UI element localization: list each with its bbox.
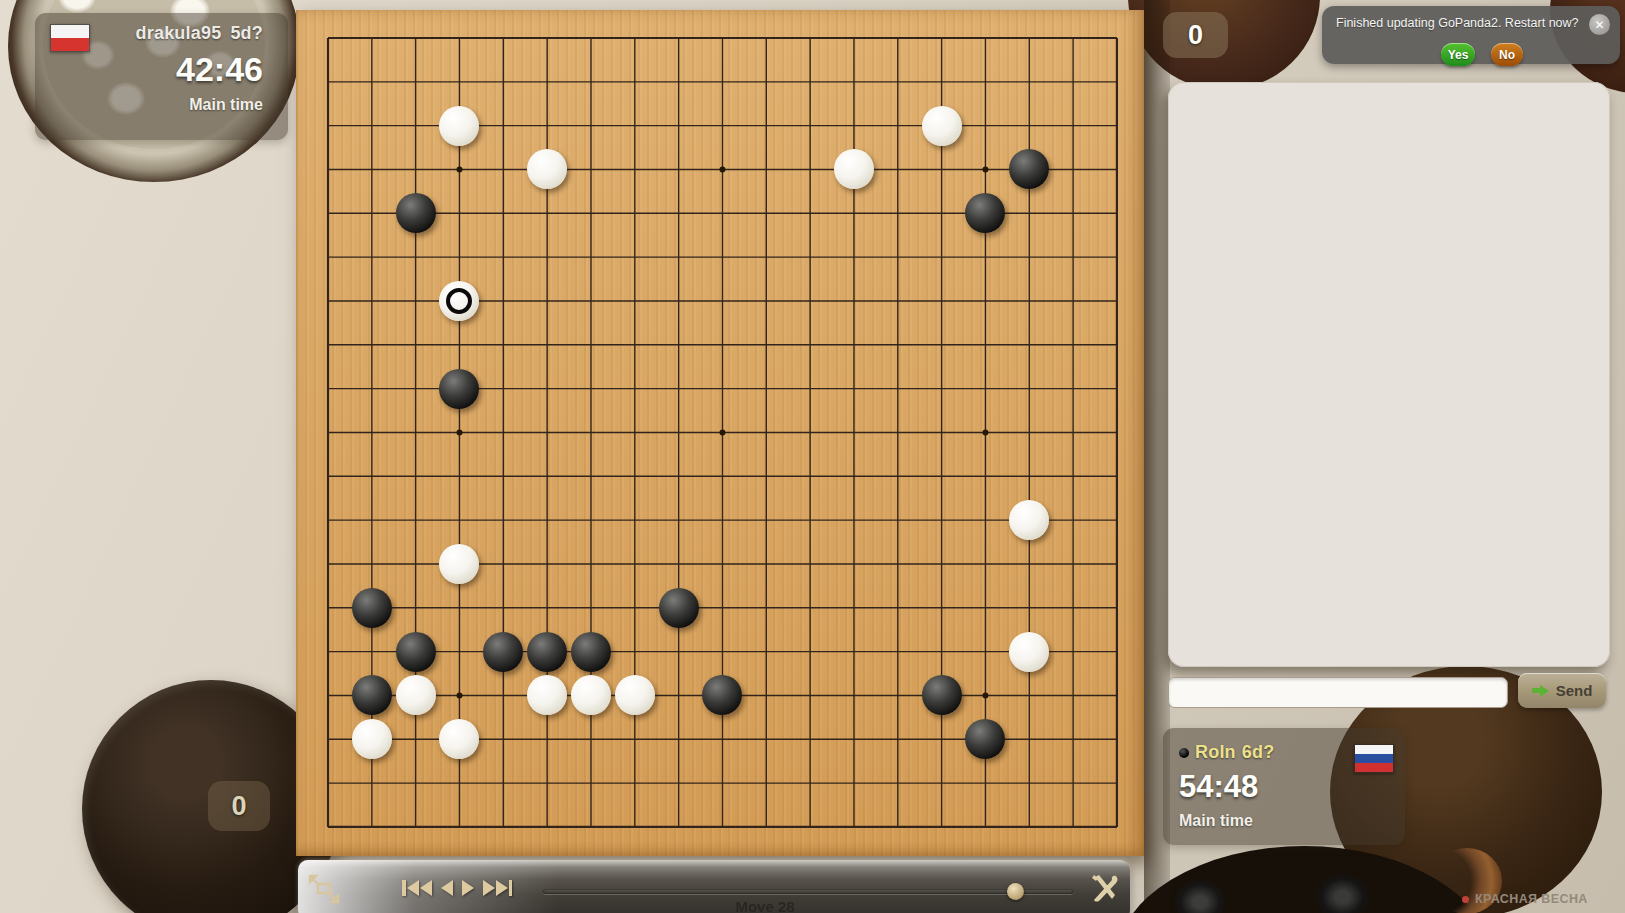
board-intersection[interactable] <box>481 279 525 323</box>
board-intersection[interactable] <box>920 674 964 718</box>
board-intersection[interactable] <box>350 717 394 761</box>
board-intersection[interactable] <box>832 235 876 279</box>
board-intersection[interactable] <box>525 761 569 805</box>
board-intersection[interactable] <box>438 60 482 104</box>
board-intersection[interactable] <box>744 323 788 367</box>
board-intersection[interactable] <box>964 367 1008 411</box>
board-intersection[interactable] <box>1007 60 1051 104</box>
board-intersection[interactable] <box>438 16 482 60</box>
board-intersection[interactable] <box>569 717 613 761</box>
board-intersection[interactable] <box>1051 717 1095 761</box>
board-intersection[interactable] <box>1007 323 1051 367</box>
board-intersection[interactable] <box>481 104 525 148</box>
board-intersection[interactable] <box>394 411 438 455</box>
board-intersection[interactable] <box>657 630 701 674</box>
board-intersection[interactable] <box>569 805 613 849</box>
board-intersection[interactable] <box>569 235 613 279</box>
board-intersection[interactable] <box>788 235 832 279</box>
board-intersection[interactable] <box>525 805 569 849</box>
board-intersection[interactable] <box>701 761 745 805</box>
board-intersection[interactable] <box>744 586 788 630</box>
board-intersection[interactable] <box>788 542 832 586</box>
board-intersection[interactable] <box>613 60 657 104</box>
board-intersection[interactable] <box>525 542 569 586</box>
board-intersection[interactable] <box>569 586 613 630</box>
board-intersection[interactable] <box>394 367 438 411</box>
board-intersection[interactable] <box>394 60 438 104</box>
board-intersection[interactable] <box>306 674 350 718</box>
board-intersection[interactable] <box>1051 16 1095 60</box>
board-intersection[interactable] <box>1007 674 1051 718</box>
board-intersection[interactable] <box>613 498 657 542</box>
board-intersection[interactable] <box>701 148 745 192</box>
board-intersection[interactable] <box>394 761 438 805</box>
board-intersection[interactable] <box>744 279 788 323</box>
board-intersection[interactable] <box>1007 630 1051 674</box>
move-slider[interactable] <box>543 889 1073 894</box>
board-intersection[interactable] <box>964 279 1008 323</box>
board-intersection[interactable] <box>920 454 964 498</box>
board-intersection[interactable] <box>438 279 482 323</box>
board-intersection[interactable] <box>306 454 350 498</box>
board-intersection[interactable] <box>613 235 657 279</box>
board-intersection[interactable] <box>832 498 876 542</box>
chat-message-area[interactable] <box>1168 82 1610 667</box>
board-intersection[interactable] <box>964 542 1008 586</box>
board-intersection[interactable] <box>394 674 438 718</box>
board-intersection[interactable] <box>788 279 832 323</box>
board-intersection[interactable] <box>569 498 613 542</box>
board-intersection[interactable] <box>1051 104 1095 148</box>
board-intersection[interactable] <box>788 104 832 148</box>
board-intersection[interactable] <box>657 586 701 630</box>
board-intersection[interactable] <box>350 542 394 586</box>
board-intersection[interactable] <box>306 191 350 235</box>
board-intersection[interactable] <box>920 60 964 104</box>
board-intersection[interactable] <box>481 630 525 674</box>
board-intersection[interactable] <box>394 805 438 849</box>
board-intersection[interactable] <box>438 411 482 455</box>
board-intersection[interactable] <box>525 104 569 148</box>
board-intersection[interactable] <box>306 498 350 542</box>
board-intersection[interactable] <box>481 235 525 279</box>
board-intersection[interactable] <box>306 586 350 630</box>
board-intersection[interactable] <box>613 191 657 235</box>
board-intersection[interactable] <box>964 454 1008 498</box>
board-intersection[interactable] <box>964 191 1008 235</box>
board-intersection[interactable] <box>876 16 920 60</box>
board-intersection[interactable] <box>1095 279 1139 323</box>
board-intersection[interactable] <box>964 411 1008 455</box>
board-intersection[interactable] <box>788 761 832 805</box>
board-intersection[interactable] <box>525 674 569 718</box>
board-intersection[interactable] <box>701 104 745 148</box>
board-intersection[interactable] <box>701 630 745 674</box>
board-intersection[interactable] <box>832 454 876 498</box>
board-intersection[interactable] <box>744 191 788 235</box>
board-intersection[interactable] <box>832 630 876 674</box>
board-intersection[interactable] <box>701 279 745 323</box>
board-intersection[interactable] <box>569 16 613 60</box>
board-intersection[interactable] <box>788 367 832 411</box>
board-intersection[interactable] <box>306 235 350 279</box>
board-intersection[interactable] <box>701 717 745 761</box>
board-intersection[interactable] <box>481 411 525 455</box>
board-intersection[interactable] <box>438 104 482 148</box>
board-intersection[interactable] <box>920 191 964 235</box>
board-intersection[interactable] <box>438 586 482 630</box>
board-intersection[interactable] <box>481 148 525 192</box>
board-intersection[interactable] <box>613 104 657 148</box>
board-intersection[interactable] <box>701 454 745 498</box>
board-intersection[interactable] <box>876 717 920 761</box>
board-intersection[interactable] <box>744 498 788 542</box>
board-intersection[interactable] <box>832 191 876 235</box>
board-intersection[interactable] <box>569 761 613 805</box>
board-intersection[interactable] <box>438 630 482 674</box>
board-intersection[interactable] <box>1095 454 1139 498</box>
board-intersection[interactable] <box>306 805 350 849</box>
board-intersection[interactable] <box>613 805 657 849</box>
board-intersection[interactable] <box>613 542 657 586</box>
next-move-button[interactable] <box>462 880 474 896</box>
board-intersection[interactable] <box>920 717 964 761</box>
board-intersection[interactable] <box>657 148 701 192</box>
board-intersection[interactable] <box>525 235 569 279</box>
board-intersection[interactable] <box>876 630 920 674</box>
board-intersection[interactable] <box>306 148 350 192</box>
board-intersection[interactable] <box>1095 498 1139 542</box>
board-intersection[interactable] <box>744 542 788 586</box>
board-intersection[interactable] <box>1051 454 1095 498</box>
board-intersection[interactable] <box>701 323 745 367</box>
board-intersection[interactable] <box>613 586 657 630</box>
board-intersection[interactable] <box>350 16 394 60</box>
board-intersection[interactable] <box>788 630 832 674</box>
board-intersection[interactable] <box>350 235 394 279</box>
board-intersection[interactable] <box>701 235 745 279</box>
board-intersection[interactable] <box>964 235 1008 279</box>
board-intersection[interactable] <box>744 630 788 674</box>
board-intersection[interactable] <box>1007 586 1051 630</box>
board-intersection[interactable] <box>744 367 788 411</box>
board-intersection[interactable] <box>350 60 394 104</box>
board-intersection[interactable] <box>1051 630 1095 674</box>
board-intersection[interactable] <box>657 805 701 849</box>
board-intersection[interactable] <box>744 674 788 718</box>
board-intersection[interactable] <box>525 586 569 630</box>
board-intersection[interactable] <box>569 630 613 674</box>
board-intersection[interactable] <box>1095 191 1139 235</box>
board-intersection[interactable] <box>394 454 438 498</box>
board-intersection[interactable] <box>569 454 613 498</box>
board-intersection[interactable] <box>394 148 438 192</box>
board-intersection[interactable] <box>350 191 394 235</box>
board-intersection[interactable] <box>832 104 876 148</box>
board-intersection[interactable] <box>788 498 832 542</box>
board-intersection[interactable] <box>438 148 482 192</box>
board-intersection[interactable] <box>481 542 525 586</box>
board-intersection[interactable] <box>350 630 394 674</box>
board-intersection[interactable] <box>657 674 701 718</box>
board-intersection[interactable] <box>788 411 832 455</box>
board-intersection[interactable] <box>481 454 525 498</box>
board-intersection[interactable] <box>964 60 1008 104</box>
board-intersection[interactable] <box>481 323 525 367</box>
board-intersection[interactable] <box>657 411 701 455</box>
board-intersection[interactable] <box>525 498 569 542</box>
board-intersection[interactable] <box>876 586 920 630</box>
board-intersection[interactable] <box>920 279 964 323</box>
move-slider-handle[interactable] <box>1007 883 1024 900</box>
board-intersection[interactable] <box>306 761 350 805</box>
board-intersection[interactable] <box>876 498 920 542</box>
board-intersection[interactable] <box>350 148 394 192</box>
board-intersection[interactable] <box>701 586 745 630</box>
board-intersection[interactable] <box>701 805 745 849</box>
board-intersection[interactable] <box>613 761 657 805</box>
board-intersection[interactable] <box>1095 60 1139 104</box>
board-intersection[interactable] <box>525 630 569 674</box>
resize-board-icon[interactable] <box>308 874 340 904</box>
board-intersection[interactable] <box>306 717 350 761</box>
board-intersection[interactable] <box>920 235 964 279</box>
board-intersection[interactable] <box>394 235 438 279</box>
board-intersection[interactable] <box>832 323 876 367</box>
board-intersection[interactable] <box>1095 367 1139 411</box>
board-intersection[interactable] <box>569 191 613 235</box>
board-intersection[interactable] <box>394 717 438 761</box>
board-intersection[interactable] <box>350 674 394 718</box>
board-intersection[interactable] <box>657 104 701 148</box>
board-intersection[interactable] <box>350 411 394 455</box>
board-intersection[interactable] <box>832 60 876 104</box>
board-intersection[interactable] <box>1051 498 1095 542</box>
board-intersection[interactable] <box>876 235 920 279</box>
board-intersection[interactable] <box>306 411 350 455</box>
board-intersection[interactable] <box>525 148 569 192</box>
board-intersection[interactable] <box>613 16 657 60</box>
board-intersection[interactable] <box>350 279 394 323</box>
board-intersection[interactable] <box>876 411 920 455</box>
board-intersection[interactable] <box>1007 367 1051 411</box>
board-intersection[interactable] <box>788 454 832 498</box>
board-intersection[interactable] <box>1007 279 1051 323</box>
board-intersection[interactable] <box>964 805 1008 849</box>
board-intersection[interactable] <box>876 367 920 411</box>
board-intersection[interactable] <box>920 411 964 455</box>
board-intersection[interactable] <box>613 411 657 455</box>
board-intersection[interactable] <box>1051 148 1095 192</box>
board-intersection[interactable] <box>964 630 1008 674</box>
board-intersection[interactable] <box>744 805 788 849</box>
board-intersection[interactable] <box>350 498 394 542</box>
board-intersection[interactable] <box>701 411 745 455</box>
previous-move-button[interactable] <box>441 880 453 896</box>
board-intersection[interactable] <box>920 542 964 586</box>
board-intersection[interactable] <box>1007 411 1051 455</box>
board-intersection[interactable] <box>876 454 920 498</box>
board-intersection[interactable] <box>350 761 394 805</box>
board-intersection[interactable] <box>1051 674 1095 718</box>
board-intersection[interactable] <box>613 323 657 367</box>
board-intersection[interactable] <box>438 674 482 718</box>
board-intersection[interactable] <box>1095 805 1139 849</box>
board-intersection[interactable] <box>1095 323 1139 367</box>
board-intersection[interactable] <box>1095 717 1139 761</box>
board-intersection[interactable] <box>525 411 569 455</box>
board-intersection[interactable] <box>701 674 745 718</box>
board-intersection[interactable] <box>920 16 964 60</box>
board-intersection[interactable] <box>438 367 482 411</box>
board-intersection[interactable] <box>1095 542 1139 586</box>
board-intersection[interactable] <box>306 16 350 60</box>
board-intersection[interactable] <box>701 60 745 104</box>
board-intersection[interactable] <box>569 367 613 411</box>
board-intersection[interactable] <box>876 148 920 192</box>
board-intersection[interactable] <box>481 60 525 104</box>
board-intersection[interactable] <box>350 104 394 148</box>
board-intersection[interactable] <box>481 498 525 542</box>
board-intersection[interactable] <box>964 586 1008 630</box>
board-intersection[interactable] <box>701 542 745 586</box>
board-intersection[interactable] <box>657 367 701 411</box>
board-intersection[interactable] <box>613 148 657 192</box>
board-intersection[interactable] <box>1007 498 1051 542</box>
board-intersection[interactable] <box>1095 630 1139 674</box>
board-intersection[interactable] <box>920 367 964 411</box>
board-intersection[interactable] <box>1051 191 1095 235</box>
board-intersection[interactable] <box>1051 805 1095 849</box>
board-intersection[interactable] <box>788 16 832 60</box>
board-intersection[interactable] <box>1051 279 1095 323</box>
board-intersection[interactable] <box>569 279 613 323</box>
board-intersection[interactable] <box>788 148 832 192</box>
board-intersection[interactable] <box>744 454 788 498</box>
send-button[interactable]: Send <box>1518 673 1606 708</box>
board-intersection[interactable] <box>569 542 613 586</box>
close-icon[interactable]: ✕ <box>1589 14 1610 35</box>
board-intersection[interactable] <box>481 717 525 761</box>
board-intersection[interactable] <box>613 279 657 323</box>
board-intersection[interactable] <box>394 104 438 148</box>
board-intersection[interactable] <box>657 761 701 805</box>
board-intersection[interactable] <box>613 717 657 761</box>
board-intersection[interactable] <box>788 586 832 630</box>
board-intersection[interactable] <box>1007 16 1051 60</box>
board-intersection[interactable] <box>876 60 920 104</box>
board-intersection[interactable] <box>876 674 920 718</box>
board-intersection[interactable] <box>438 805 482 849</box>
board-intersection[interactable] <box>394 630 438 674</box>
board-intersection[interactable] <box>832 16 876 60</box>
board-intersection[interactable] <box>876 542 920 586</box>
board-intersection[interactable] <box>788 60 832 104</box>
board-intersection[interactable] <box>438 717 482 761</box>
board-intersection[interactable] <box>1007 191 1051 235</box>
board-intersection[interactable] <box>306 323 350 367</box>
board-intersection[interactable] <box>306 542 350 586</box>
board-intersection[interactable] <box>657 542 701 586</box>
board-intersection[interactable] <box>525 16 569 60</box>
board-intersection[interactable] <box>1007 761 1051 805</box>
board-intersection[interactable] <box>306 630 350 674</box>
board-intersection[interactable] <box>832 761 876 805</box>
board-intersection[interactable] <box>394 586 438 630</box>
board-intersection[interactable] <box>481 16 525 60</box>
tools-icon[interactable] <box>1090 873 1120 905</box>
board-intersection[interactable] <box>832 586 876 630</box>
board-intersection[interactable] <box>832 805 876 849</box>
board-intersection[interactable] <box>964 761 1008 805</box>
board-intersection[interactable] <box>438 542 482 586</box>
board-intersection[interactable] <box>613 367 657 411</box>
board-intersection[interactable] <box>569 104 613 148</box>
board-intersection[interactable] <box>832 674 876 718</box>
board-intersection[interactable] <box>876 279 920 323</box>
board-intersection[interactable] <box>438 498 482 542</box>
board-intersection[interactable] <box>1007 805 1051 849</box>
board-intersection[interactable] <box>1007 235 1051 279</box>
board-intersection[interactable] <box>569 148 613 192</box>
board-intersection[interactable] <box>525 279 569 323</box>
board-intersection[interactable] <box>876 805 920 849</box>
board-intersection[interactable] <box>788 805 832 849</box>
board-intersection[interactable] <box>657 191 701 235</box>
board-intersection[interactable] <box>701 498 745 542</box>
board-intersection[interactable] <box>657 323 701 367</box>
board-intersection[interactable] <box>394 498 438 542</box>
chat-input[interactable] <box>1168 677 1508 708</box>
board-intersection[interactable] <box>832 279 876 323</box>
board-intersection[interactable] <box>832 148 876 192</box>
board-intersection[interactable] <box>1095 411 1139 455</box>
board-intersection[interactable] <box>1095 104 1139 148</box>
board-intersection[interactable] <box>920 586 964 630</box>
board-intersection[interactable] <box>481 191 525 235</box>
board-intersection[interactable] <box>481 761 525 805</box>
board-intersection[interactable] <box>1007 542 1051 586</box>
board-intersection[interactable] <box>876 761 920 805</box>
board-intersection[interactable] <box>920 630 964 674</box>
board-intersection[interactable] <box>1051 542 1095 586</box>
board-intersection[interactable] <box>1051 367 1095 411</box>
board-intersection[interactable] <box>350 323 394 367</box>
board-intersection[interactable] <box>832 367 876 411</box>
board-intersection[interactable] <box>306 279 350 323</box>
board-intersection[interactable] <box>1051 411 1095 455</box>
board-intersection[interactable] <box>438 323 482 367</box>
board-intersection[interactable] <box>525 717 569 761</box>
board-intersection[interactable] <box>525 367 569 411</box>
board-intersection[interactable] <box>964 16 1008 60</box>
last-move-button[interactable] <box>483 880 513 896</box>
board-intersection[interactable] <box>481 805 525 849</box>
board-intersection[interactable] <box>1051 60 1095 104</box>
board-intersection[interactable] <box>394 542 438 586</box>
board-intersection[interactable] <box>394 191 438 235</box>
board-intersection[interactable] <box>920 498 964 542</box>
board-intersection[interactable] <box>525 191 569 235</box>
board-intersection[interactable] <box>657 235 701 279</box>
board-intersection[interactable] <box>964 717 1008 761</box>
board-intersection[interactable] <box>744 761 788 805</box>
board-intersection[interactable] <box>1007 717 1051 761</box>
board-intersection[interactable] <box>657 16 701 60</box>
board-intersection[interactable] <box>744 16 788 60</box>
board-intersection[interactable] <box>438 761 482 805</box>
board-intersection[interactable] <box>569 60 613 104</box>
